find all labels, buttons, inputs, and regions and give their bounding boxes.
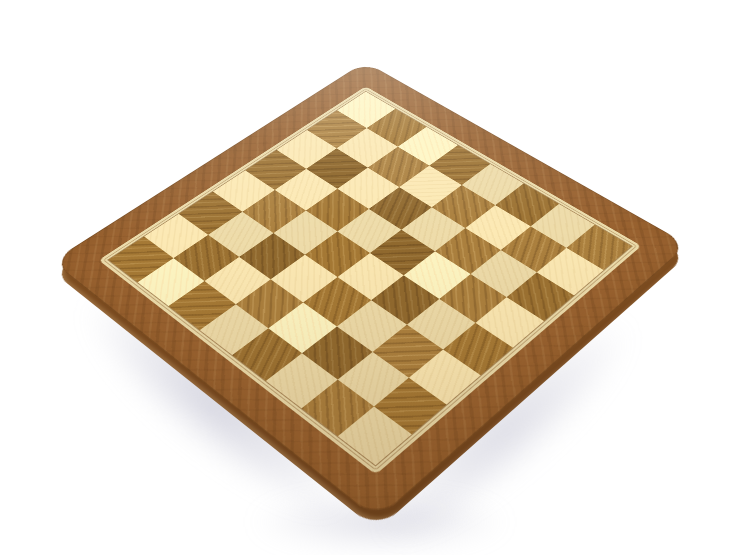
product-photo-scene bbox=[0, 0, 750, 555]
chessboard bbox=[52, 62, 688, 520]
